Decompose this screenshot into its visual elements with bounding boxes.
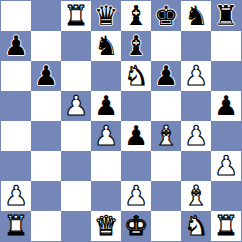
square-d7[interactable]: ♞ xyxy=(91,31,121,61)
black-pawn-piece[interactable]: ♟ xyxy=(214,91,238,121)
white-king-piece[interactable]: ♚ xyxy=(124,211,148,241)
square-b6[interactable]: ♟ xyxy=(31,61,61,91)
square-g5[interactable] xyxy=(181,91,211,121)
white-pawn-piece[interactable]: ♟ xyxy=(4,181,28,211)
white-pawn-piece[interactable]: ♟ xyxy=(64,91,88,121)
square-a3[interactable] xyxy=(1,151,31,181)
white-bishop-piece[interactable]: ♝ xyxy=(154,121,178,151)
black-pawn-piece[interactable]: ♟ xyxy=(94,91,118,121)
square-f1[interactable] xyxy=(151,211,181,241)
square-h1[interactable]: ♜ xyxy=(211,211,241,241)
square-e3[interactable] xyxy=(121,151,151,181)
square-d2[interactable] xyxy=(91,181,121,211)
square-a5[interactable] xyxy=(1,91,31,121)
square-b4[interactable] xyxy=(31,121,61,151)
black-pawn-piece[interactable]: ♟ xyxy=(4,31,28,61)
square-g1[interactable]: ♞ xyxy=(181,211,211,241)
square-h4[interactable] xyxy=(211,121,241,151)
white-knight-piece[interactable]: ♞ xyxy=(184,211,208,241)
square-h6[interactable] xyxy=(211,61,241,91)
square-h3[interactable]: ♟ xyxy=(211,151,241,181)
square-f8[interactable]: ♚ xyxy=(151,1,181,31)
square-e4[interactable]: ♟ xyxy=(121,121,151,151)
square-b2[interactable] xyxy=(31,181,61,211)
square-h5[interactable]: ♟ xyxy=(211,91,241,121)
chess-board: ♜♛♝♚♞♜♟♞♝♟♞♟♟♟♟♟♟♟♝♟♟♟♟♝♜♛♚♞♜ xyxy=(0,0,242,242)
square-b1[interactable] xyxy=(31,211,61,241)
black-pawn-piece[interactable]: ♟ xyxy=(124,121,148,151)
white-pawn-piece[interactable]: ♟ xyxy=(214,151,238,181)
square-d6[interactable] xyxy=(91,61,121,91)
square-c2[interactable] xyxy=(61,181,91,211)
square-h8[interactable]: ♜ xyxy=(211,1,241,31)
black-king-piece[interactable]: ♚ xyxy=(154,1,178,31)
white-rook-piece[interactable]: ♜ xyxy=(214,211,238,241)
square-a6[interactable] xyxy=(1,61,31,91)
white-rook-piece[interactable]: ♜ xyxy=(64,1,88,31)
square-f5[interactable] xyxy=(151,91,181,121)
square-a1[interactable]: ♜ xyxy=(1,211,31,241)
black-pawn-piece[interactable]: ♟ xyxy=(154,61,178,91)
square-g2[interactable]: ♝ xyxy=(181,181,211,211)
square-a2[interactable]: ♟ xyxy=(1,181,31,211)
square-c1[interactable] xyxy=(61,211,91,241)
square-b7[interactable] xyxy=(31,31,61,61)
square-g4[interactable]: ♟ xyxy=(181,121,211,151)
black-rook-piece[interactable]: ♜ xyxy=(214,1,238,31)
black-bishop-piece[interactable]: ♝ xyxy=(124,31,148,61)
white-bishop-piece[interactable]: ♝ xyxy=(184,181,208,211)
square-d8[interactable]: ♛ xyxy=(91,1,121,31)
square-e2[interactable]: ♟ xyxy=(121,181,151,211)
white-pawn-piece[interactable]: ♟ xyxy=(124,181,148,211)
square-d3[interactable] xyxy=(91,151,121,181)
square-c8[interactable]: ♜ xyxy=(61,1,91,31)
white-rook-piece[interactable]: ♜ xyxy=(4,211,28,241)
white-knight-piece[interactable]: ♞ xyxy=(124,61,148,91)
white-pawn-piece[interactable]: ♟ xyxy=(94,121,118,151)
square-e8[interactable]: ♝ xyxy=(121,1,151,31)
square-g3[interactable] xyxy=(181,151,211,181)
black-pawn-piece[interactable]: ♟ xyxy=(34,61,58,91)
square-b3[interactable] xyxy=(31,151,61,181)
square-f6[interactable]: ♟ xyxy=(151,61,181,91)
black-bishop-piece[interactable]: ♝ xyxy=(124,1,148,31)
square-f3[interactable] xyxy=(151,151,181,181)
square-a4[interactable] xyxy=(1,121,31,151)
square-c5[interactable]: ♟ xyxy=(61,91,91,121)
square-e7[interactable]: ♝ xyxy=(121,31,151,61)
square-d4[interactable]: ♟ xyxy=(91,121,121,151)
square-g7[interactable] xyxy=(181,31,211,61)
square-d1[interactable]: ♛ xyxy=(91,211,121,241)
square-a7[interactable]: ♟ xyxy=(1,31,31,61)
black-knight-piece[interactable]: ♞ xyxy=(94,31,118,61)
square-g6[interactable]: ♟ xyxy=(181,61,211,91)
square-e6[interactable]: ♞ xyxy=(121,61,151,91)
white-pawn-piece[interactable]: ♟ xyxy=(184,121,208,151)
black-queen-piece[interactable]: ♛ xyxy=(94,1,118,31)
square-e1[interactable]: ♚ xyxy=(121,211,151,241)
square-h7[interactable] xyxy=(211,31,241,61)
square-f2[interactable] xyxy=(151,181,181,211)
square-c6[interactable] xyxy=(61,61,91,91)
square-g8[interactable]: ♞ xyxy=(181,1,211,31)
square-d5[interactable]: ♟ xyxy=(91,91,121,121)
white-pawn-piece[interactable]: ♟ xyxy=(184,61,208,91)
square-b5[interactable] xyxy=(31,91,61,121)
square-f4[interactable]: ♝ xyxy=(151,121,181,151)
square-c7[interactable] xyxy=(61,31,91,61)
square-b8[interactable] xyxy=(31,1,61,31)
square-c4[interactable] xyxy=(61,121,91,151)
square-c3[interactable] xyxy=(61,151,91,181)
square-h2[interactable] xyxy=(211,181,241,211)
square-a8[interactable] xyxy=(1,1,31,31)
square-f7[interactable] xyxy=(151,31,181,61)
square-e5[interactable] xyxy=(121,91,151,121)
black-knight-piece[interactable]: ♞ xyxy=(184,1,208,31)
white-queen-piece[interactable]: ♛ xyxy=(94,211,118,241)
